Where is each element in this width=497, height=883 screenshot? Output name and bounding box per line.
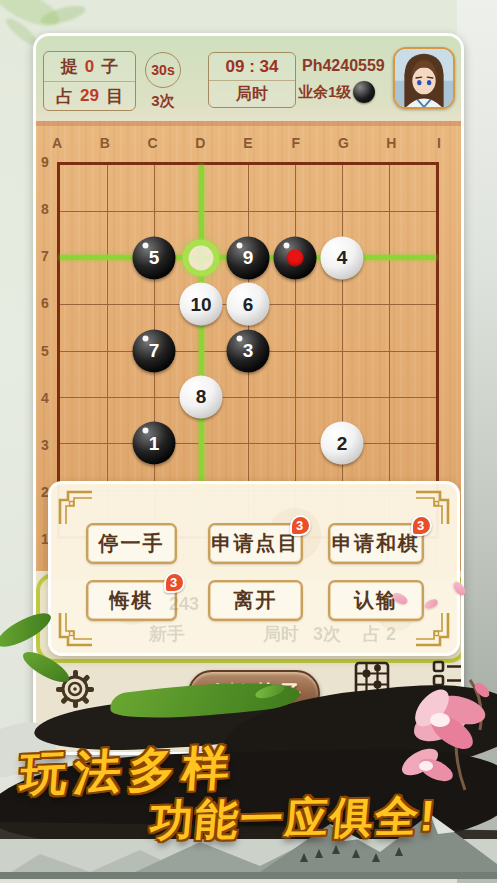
draw-badge: 3 (411, 515, 432, 536)
hidden-bar-fragment: 新手 (149, 622, 185, 646)
stone-white-G3: 2 (321, 422, 364, 465)
opponent-rank: 业余1级 (298, 83, 351, 102)
column-label-H: H (386, 135, 396, 151)
magnolia-flower-decor (390, 670, 497, 804)
hidden-bar-fragment: 243 (169, 594, 199, 615)
main-time-label: 局时 (209, 80, 295, 107)
pending-stone-ghost[interactable] (183, 239, 220, 276)
pass-button[interactable]: 停一手 (86, 523, 177, 564)
byoyomi-timer: 30s (145, 52, 181, 88)
stone-black-E5: 3 (227, 329, 270, 372)
grid-line (60, 443, 436, 444)
row-label-8: 8 (41, 201, 49, 217)
territory-value: 29 (80, 86, 99, 106)
stone-black-C7: 5 (133, 236, 176, 279)
game-menu-panel: 停一手 申请点目 3 申请和棋 3 悔棋 3 离开 认输 243 新手 局时 (48, 481, 460, 656)
hidden-bar-fragment: 3次 (313, 622, 341, 646)
undo-button[interactable]: 悔棋 3 (86, 580, 177, 621)
territory-label: 占 (56, 85, 73, 108)
main-time: 09 : 34 (209, 53, 295, 80)
opponent-info-bar: 提 0 子 占 29 目 30s 3次 09 : 34 局时 Ph4240559… (36, 36, 461, 121)
request-counting-button[interactable]: 申请点目 3 (208, 523, 303, 564)
grid-line (60, 397, 436, 398)
captures-label: 提 (61, 55, 78, 78)
black-stone-color-icon (353, 81, 375, 103)
byoyomi-periods: 3次 (138, 92, 188, 111)
stone-black-C3: 1 (133, 422, 176, 465)
hidden-bar-fragment: 占 2 (363, 622, 396, 646)
row-label-6: 6 (41, 295, 49, 311)
capture-territory-box: 提 0 子 占 29 目 (43, 51, 136, 111)
stone-black-E7: 9 (227, 236, 270, 279)
request-draw-button[interactable]: 申请和棋 3 (328, 523, 424, 564)
stone-black-F7 (274, 236, 317, 279)
row-label-7: 7 (41, 248, 49, 264)
main-time-box: 09 : 34 局时 (208, 52, 296, 108)
stone-white-D4: 8 (180, 375, 223, 418)
column-label-E: E (243, 135, 252, 151)
captures-value: 0 (85, 57, 94, 77)
leave-button[interactable]: 离开 (208, 580, 303, 621)
captures-unit: 子 (101, 55, 118, 78)
stone-white-D6: 10 (180, 283, 223, 326)
row-label-5: 5 (41, 343, 49, 359)
column-label-G: G (338, 135, 349, 151)
request-counting-label: 申请点目 (212, 530, 300, 557)
resign-button[interactable]: 认输 (328, 580, 424, 621)
request-draw-label: 申请和棋 (332, 530, 420, 557)
undo-button-label: 悔棋 (110, 587, 154, 614)
counting-badge: 3 (290, 515, 311, 536)
hidden-bar-fragment: 局时 (263, 622, 299, 646)
row-label-9: 9 (41, 154, 49, 170)
row-label-3: 3 (41, 437, 49, 453)
opponent-name: Ph4240559 (302, 57, 394, 75)
column-label-A: A (52, 135, 62, 151)
column-label-D: D (195, 135, 205, 151)
territory-unit: 目 (106, 85, 123, 108)
column-label-C: C (147, 135, 157, 151)
column-label-B: B (100, 135, 110, 151)
game-screen: 提 0 子 占 29 目 30s 3次 09 : 34 局时 Ph4240559… (33, 33, 464, 755)
row-label-4: 4 (41, 390, 49, 406)
stone-white-G7: 4 (321, 236, 364, 279)
opponent-avatar[interactable] (393, 47, 455, 109)
pass-button-label: 停一手 (99, 530, 165, 557)
resign-button-label: 认输 (354, 587, 398, 614)
banner-slogan-line2: 功能一应俱全! (147, 787, 438, 850)
app-screenshot: 提 0 子 占 29 目 30s 3次 09 : 34 局时 Ph4240559… (0, 0, 497, 883)
last-move-red-dot (287, 249, 304, 266)
leave-button-label: 离开 (234, 587, 278, 614)
stone-black-C5: 7 (133, 329, 176, 372)
column-label-I: I (437, 135, 441, 151)
undo-badge: 3 (164, 572, 185, 593)
gold-corner-ornament (57, 489, 93, 525)
stone-white-E6: 6 (227, 283, 270, 326)
column-label-F: F (291, 135, 300, 151)
